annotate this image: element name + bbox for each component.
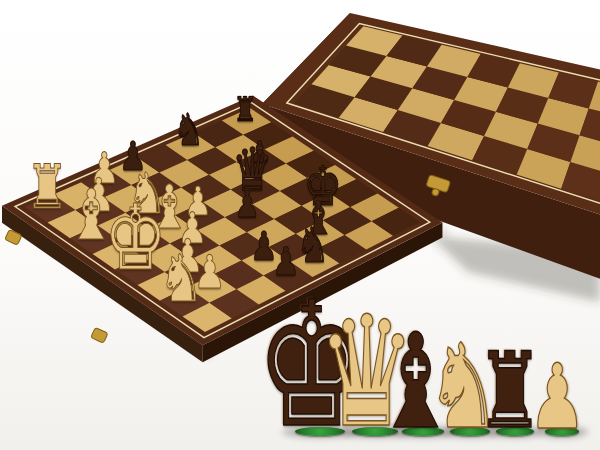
scene-canvas [0,0,600,450]
board-clasp-2 [91,327,108,343]
chess-set-photo: ♜♟♚♞♛♝♟♞♟♟♟♟♟♞♝♟♟♟♟♜♝♚♞ ♚♛♝♞♜♟ [0,0,600,450]
